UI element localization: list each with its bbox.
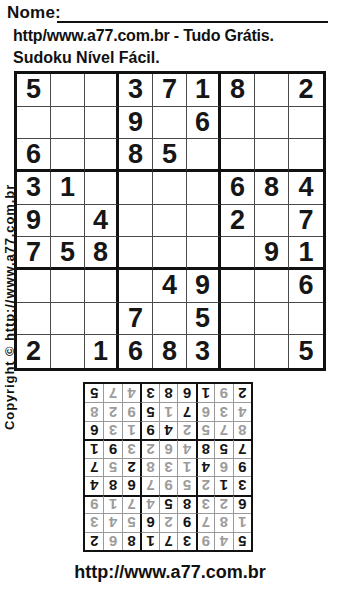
solution-cell: 6 (140, 513, 158, 531)
sudoku-cell: 9 (17, 205, 51, 238)
sudoku-worksheet-page: Nome: http/www.a77.com.br - Tudo Grátis.… (0, 0, 340, 596)
solution-cell: 5 (122, 513, 140, 531)
sudoku-cell (255, 74, 289, 107)
sudoku-cell: 2 (221, 205, 255, 238)
sudoku-cell (153, 205, 187, 238)
solution-cell: 4 (140, 495, 158, 513)
sudoku-cell (187, 237, 221, 270)
solution-cell: 2 (177, 421, 195, 439)
solution-cell: 7 (159, 532, 177, 550)
solution-cell: 4 (177, 439, 195, 457)
solution-cell: 1 (177, 458, 195, 476)
name-fill-line (57, 21, 328, 23)
solution-cell: 4 (103, 513, 121, 531)
sudoku-cell (255, 303, 289, 336)
sudoku-cell: 8 (119, 139, 153, 172)
sudoku-cell: 6 (119, 335, 153, 368)
solution-cell: 8 (159, 384, 177, 402)
sudoku-cell (289, 139, 323, 172)
sudoku-cell (51, 107, 85, 140)
solution-cell: 1 (122, 421, 140, 439)
solution-cell: 9 (140, 421, 158, 439)
solution-cell: 3 (140, 384, 158, 402)
sudoku-cell: 8 (255, 172, 289, 205)
sudoku-cell: 5 (153, 139, 187, 172)
sudoku-cell: 7 (17, 237, 51, 270)
solution-cell: 5 (85, 384, 103, 402)
sudoku-cell (221, 107, 255, 140)
solution-cell: 3 (233, 476, 251, 494)
solution-cell: 6 (196, 402, 214, 420)
solution-cell: 7 (85, 458, 103, 476)
solution-cell: 3 (214, 402, 232, 420)
sudoku-cell (221, 270, 255, 303)
solution-cell: 9 (122, 402, 140, 420)
solution-cell: 4 (214, 532, 232, 550)
sudoku-cell: 1 (51, 172, 85, 205)
solution-cell: 8 (140, 458, 158, 476)
sudoku-cell: 9 (255, 237, 289, 270)
solution-cell: 2 (233, 384, 251, 402)
sudoku-cell (17, 270, 51, 303)
solution-cell: 4 (196, 458, 214, 476)
sudoku-cell (221, 303, 255, 336)
sudoku-cell: 3 (119, 74, 153, 107)
sudoku-cell: 6 (221, 172, 255, 205)
sudoku-cell (187, 172, 221, 205)
sudoku-cell: 9 (187, 270, 221, 303)
sudoku-cell: 6 (17, 139, 51, 172)
sudoku-cell: 5 (51, 237, 85, 270)
solution-cell: 9 (159, 476, 177, 494)
solution-cell: 8 (122, 532, 140, 550)
solution-cell: 3 (177, 532, 195, 550)
sudoku-cell (289, 303, 323, 336)
name-label: Nome: (7, 3, 61, 23)
solution-cell: 9 (85, 495, 103, 513)
solution-cell: 5 (214, 439, 232, 457)
solution-cell: 2 (103, 402, 121, 420)
sudoku-cell (221, 335, 255, 368)
solution-cell: 1 (233, 513, 251, 531)
solution-cell: 7 (214, 421, 232, 439)
sudoku-cell (289, 107, 323, 140)
sudoku-cell (221, 237, 255, 270)
solution-cell: 1 (85, 439, 103, 457)
solution-cell: 1 (196, 384, 214, 402)
sudoku-cell (119, 172, 153, 205)
solution-cell: 6 (103, 532, 121, 550)
solution-cell: 8 (177, 495, 195, 513)
sudoku-cell (17, 107, 51, 140)
sudoku-cell: 7 (153, 74, 187, 107)
sudoku-cell (255, 335, 289, 368)
sudoku-cell (51, 205, 85, 238)
sudoku-cell (221, 139, 255, 172)
sudoku-cell (51, 303, 85, 336)
sudoku-cell: 5 (17, 74, 51, 107)
sudoku-cell: 3 (17, 172, 51, 205)
solution-cell: 8 (103, 476, 121, 494)
sudoku-cell (51, 270, 85, 303)
sudoku-cell: 6 (289, 270, 323, 303)
solution-cell: 1 (140, 532, 158, 550)
sudoku-cell (153, 107, 187, 140)
solution-cell: 3 (122, 439, 140, 457)
solution-cell: 5 (140, 402, 158, 420)
sudoku-cell (51, 139, 85, 172)
sudoku-cell: 6 (187, 107, 221, 140)
sudoku-cell: 9 (119, 107, 153, 140)
sudoku-cell (187, 139, 221, 172)
solution-cell: 6 (177, 384, 195, 402)
solution-cell: 5 (159, 495, 177, 513)
site-tagline: http/www.a77.com.br - Tudo Grátis. (13, 27, 274, 45)
solution-cell: 4 (159, 421, 177, 439)
sudoku-cell (85, 270, 119, 303)
sudoku-cell (51, 74, 85, 107)
sudoku-cell: 1 (289, 237, 323, 270)
solution-cell: 1 (159, 402, 177, 420)
solution-cell: 7 (140, 476, 158, 494)
solution-cell: 9 (177, 513, 195, 531)
sudoku-cell (17, 303, 51, 336)
sudoku-cell (153, 237, 187, 270)
sudoku-cell: 2 (17, 335, 51, 368)
sudoku-cell: 8 (85, 237, 119, 270)
solution-cell: 2 (214, 495, 232, 513)
sudoku-cell: 4 (85, 205, 119, 238)
solution-cell: 8 (85, 402, 103, 420)
solution-cell: 8 (233, 421, 251, 439)
solution-cell: 4 (233, 402, 251, 420)
solution-cell: 2 (159, 513, 177, 531)
sudoku-cell (153, 303, 187, 336)
solution-cell: 1 (103, 495, 121, 513)
solution-cell: 2 (196, 476, 214, 494)
solution-cell: 9 (233, 458, 251, 476)
solution-cell: 6 (233, 495, 251, 513)
solution-cell: 2 (122, 458, 140, 476)
copyright-sidebar: Copyright © http://www.a77.com.br (2, 128, 17, 430)
solution-cell: 6 (159, 439, 177, 457)
sudoku-cell: 1 (85, 335, 119, 368)
solution-cell: 5 (103, 458, 121, 476)
solution-cell: 6 (122, 476, 140, 494)
solution-cell: 5 (196, 421, 214, 439)
puzzle-title: Sudoku Nível Fácil. (13, 49, 160, 67)
solution-cell: 7 (196, 513, 214, 531)
sudoku-cell (255, 139, 289, 172)
sudoku-cell: 8 (221, 74, 255, 107)
sudoku-cell: 5 (187, 303, 221, 336)
solution-cell: 8 (214, 513, 232, 531)
sudoku-cell (255, 107, 289, 140)
sudoku-cell (85, 74, 119, 107)
solution-cell: 5 (177, 476, 195, 494)
sudoku-cell: 5 (289, 335, 323, 368)
solution-cell: 5 (233, 532, 251, 550)
solution-cell: 7 (177, 402, 195, 420)
sudoku-cell (85, 139, 119, 172)
sudoku-cell (85, 107, 119, 140)
sudoku-cell: 2 (289, 74, 323, 107)
sudoku-cell (85, 303, 119, 336)
sudoku-cell (153, 172, 187, 205)
solution-cell: 7 (233, 439, 251, 457)
sudoku-cell (255, 270, 289, 303)
sudoku-cell (255, 205, 289, 238)
solution-grid: 5493718621879265436238547193125976849641… (83, 382, 253, 552)
sudoku-cell: 4 (153, 270, 187, 303)
solution-cell: 9 (103, 439, 121, 457)
sudoku-cell (51, 335, 85, 368)
sudoku-cell: 3 (187, 335, 221, 368)
sudoku-cell: 7 (119, 303, 153, 336)
sudoku-cell: 7 (289, 205, 323, 238)
sudoku-cell (119, 237, 153, 270)
footer-url: http://www.a77.com.br (0, 562, 340, 583)
solution-cell: 2 (85, 532, 103, 550)
solution-cell: 4 (85, 476, 103, 494)
solution-cell: 7 (122, 495, 140, 513)
solution-cell: 6 (214, 458, 232, 476)
sudoku-cell: 1 (187, 74, 221, 107)
solution-cell: 9 (214, 384, 232, 402)
solution-cell: 1 (214, 476, 232, 494)
sudoku-grid: 537182966853168494277589149675216835 (14, 71, 326, 371)
solution-cell: 2 (140, 439, 158, 457)
solution-cell: 6 (85, 421, 103, 439)
sudoku-cell (119, 205, 153, 238)
solution-cell: 3 (159, 458, 177, 476)
solution-cell: 3 (196, 495, 214, 513)
solution-cell: 3 (85, 513, 103, 531)
solution-cell: 3 (103, 421, 121, 439)
sudoku-cell: 4 (289, 172, 323, 205)
solution-cell: 4 (122, 384, 140, 402)
sudoku-cell: 8 (153, 335, 187, 368)
sudoku-cell (119, 270, 153, 303)
sudoku-cell (187, 205, 221, 238)
sudoku-cell (85, 172, 119, 205)
solution-cell: 8 (196, 439, 214, 457)
solution-cell: 7 (103, 384, 121, 402)
solution-cell: 9 (196, 532, 214, 550)
